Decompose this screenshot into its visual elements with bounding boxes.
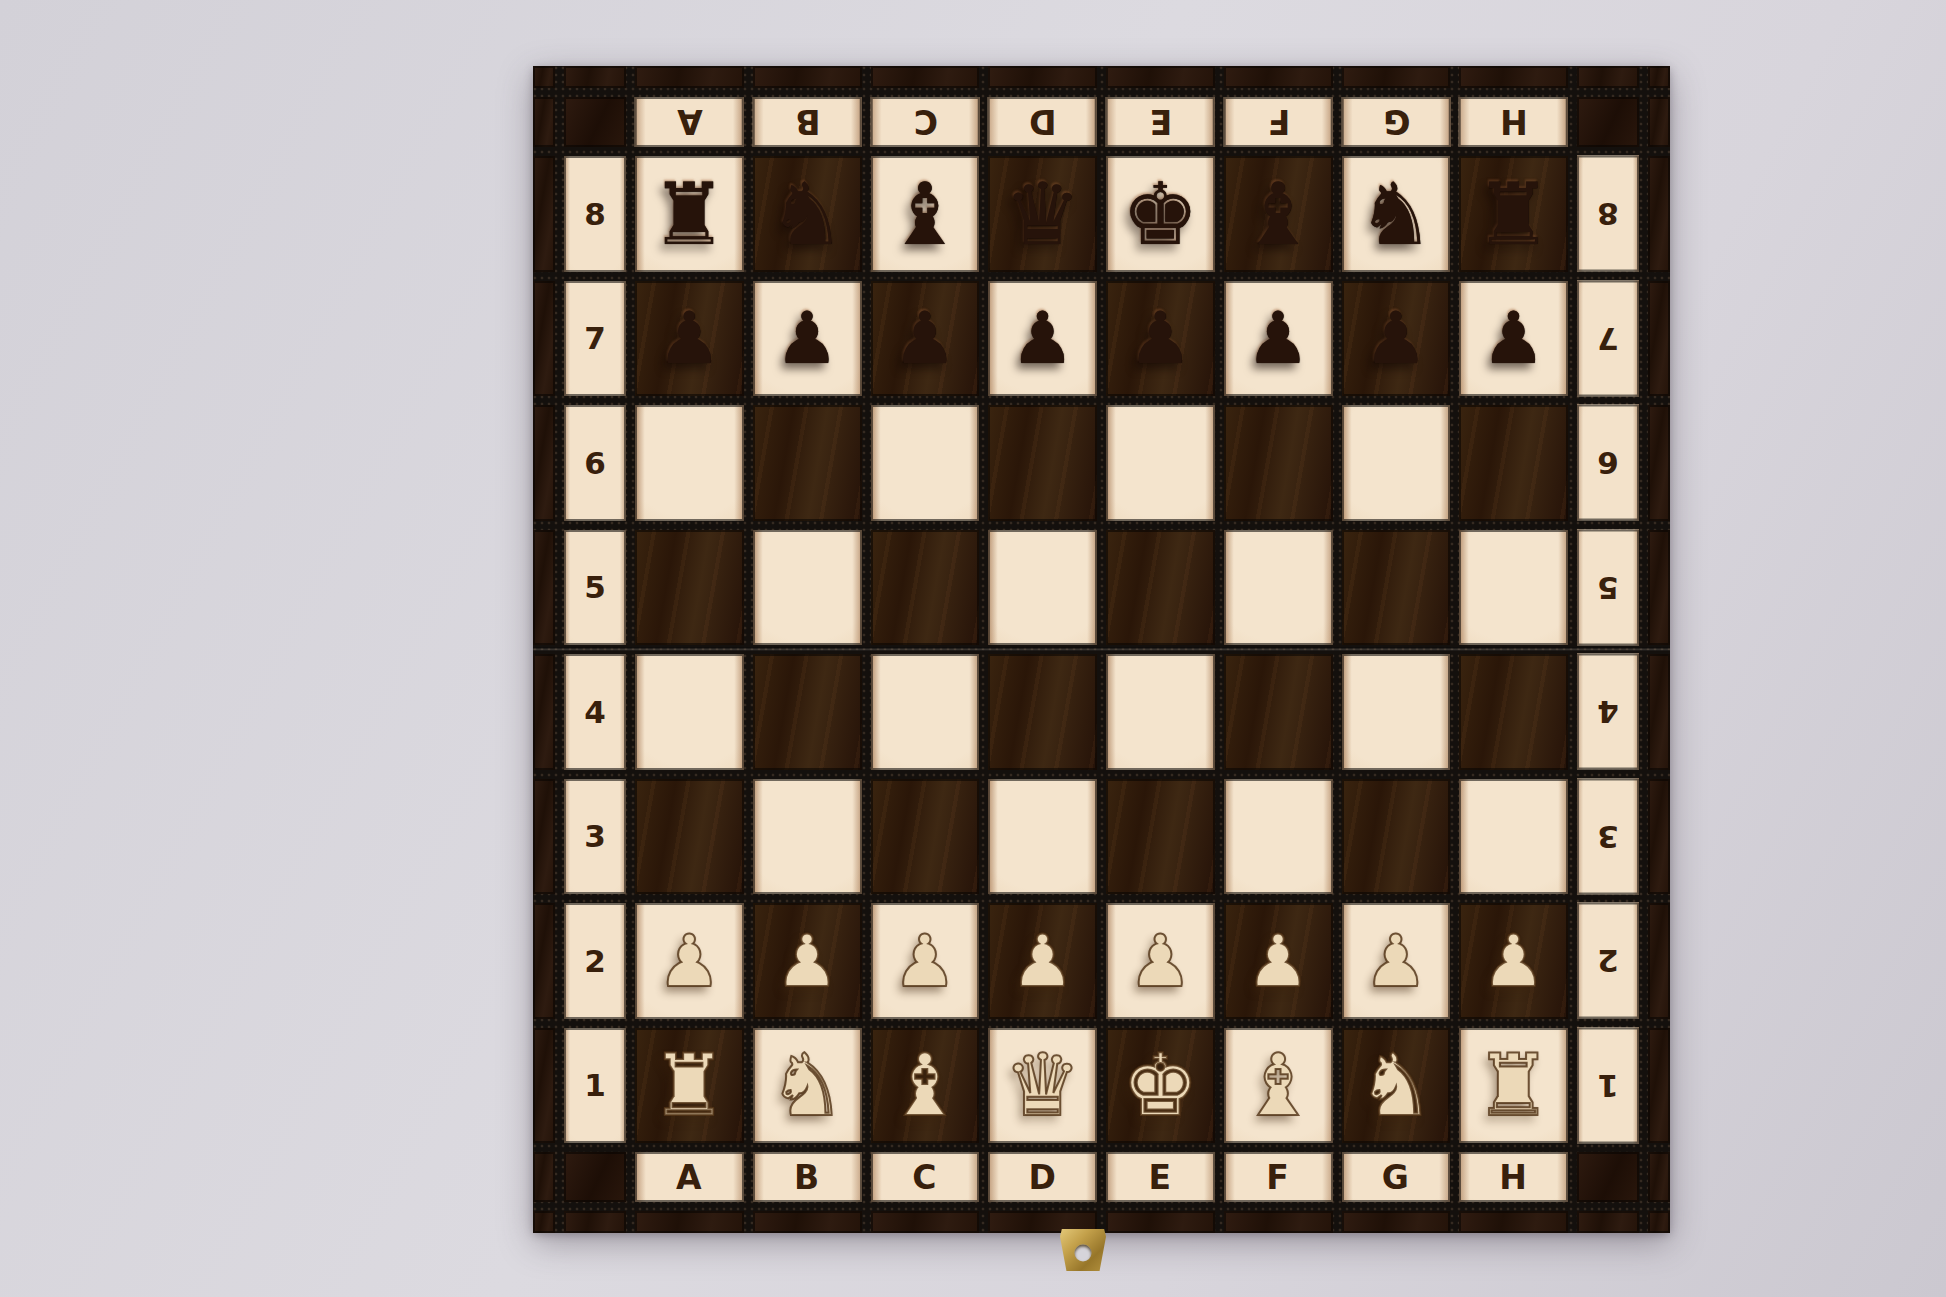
- chess-board: ABCDEFGH8♜♞♝♛♚♝♞♜87♟♟♟♟♟♟♟♟7665544332♟♟♟…: [533, 66, 1670, 1233]
- board-rim-segment: [1648, 156, 1670, 272]
- rank-label-6-right: 6: [1577, 405, 1639, 521]
- black-bishop-f8: ♝: [1240, 171, 1317, 257]
- white-bishop-f1: ♝: [1240, 1042, 1317, 1128]
- square-h3: [1459, 779, 1568, 895]
- board-rim-segment: [564, 1211, 626, 1233]
- square-b8: ♞: [753, 156, 862, 272]
- rank-label-2-left: 2: [564, 903, 626, 1019]
- square-f5: [1224, 530, 1333, 646]
- photo-background: ABCDEFGH8♜♞♝♛♚♝♞♜87♟♟♟♟♟♟♟♟7665544332♟♟♟…: [0, 0, 1946, 1297]
- rank-label-4-left: 4: [564, 654, 626, 770]
- latch-hole: [1075, 1245, 1092, 1262]
- board-rim-segment: [533, 1211, 555, 1233]
- square-f2: ♟: [1224, 903, 1333, 1019]
- rank-label-3-right: 3: [1577, 779, 1639, 895]
- square-h8: ♜: [1459, 156, 1568, 272]
- square-g3: [1342, 779, 1451, 895]
- square-d1: ♛: [988, 1028, 1097, 1144]
- square-f3: [1224, 779, 1333, 895]
- board-rim-segment: [533, 779, 555, 895]
- square-g5: [1342, 530, 1451, 646]
- black-pawn-d7: ♟: [1010, 302, 1075, 374]
- square-h6: [1459, 405, 1568, 521]
- square-a8: ♜: [635, 156, 744, 272]
- square-g4: [1342, 654, 1451, 770]
- board-rim-segment: [1648, 405, 1670, 521]
- square-d2: ♟: [988, 903, 1097, 1019]
- square-c3: [871, 779, 980, 895]
- board-rim-segment: [1648, 97, 1670, 147]
- file-label-c-top: C: [871, 97, 980, 147]
- rank-label-7-right: 7: [1577, 281, 1639, 397]
- square-e8: ♚: [1106, 156, 1215, 272]
- square-d5: [988, 530, 1097, 646]
- square-f8: ♝: [1224, 156, 1333, 272]
- board-rim-segment: [635, 1211, 744, 1233]
- border-corner: [1577, 1152, 1639, 1202]
- board-rim-segment: [1648, 779, 1670, 895]
- square-g2: ♟: [1342, 903, 1451, 1019]
- square-c5: [871, 530, 980, 646]
- square-h5: [1459, 530, 1568, 646]
- square-a3: [635, 779, 744, 895]
- board-grid: ABCDEFGH8♜♞♝♛♚♝♞♜87♟♟♟♟♟♟♟♟7665544332♟♟♟…: [533, 66, 1670, 1233]
- black-rook-h8: ♜: [1475, 171, 1552, 257]
- board-rim-segment: [1648, 1211, 1670, 1233]
- black-knight-g8: ♞: [1357, 171, 1434, 257]
- white-rook-a1: ♜: [651, 1042, 728, 1128]
- square-f4: [1224, 654, 1333, 770]
- file-label-e-bottom: E: [1106, 1152, 1215, 1202]
- square-d7: ♟: [988, 281, 1097, 397]
- square-e4: [1106, 654, 1215, 770]
- file-label-g-bottom: G: [1342, 1152, 1451, 1202]
- square-c1: ♝: [871, 1028, 980, 1144]
- square-g8: ♞: [1342, 156, 1451, 272]
- square-a6: [635, 405, 744, 521]
- board-rim-segment: [1648, 903, 1670, 1019]
- board-rim-segment: [1648, 1028, 1670, 1144]
- square-f1: ♝: [1224, 1028, 1333, 1144]
- board-rim-segment: [1648, 654, 1670, 770]
- board-rim-segment: [1648, 66, 1670, 88]
- square-d4: [988, 654, 1097, 770]
- black-pawn-b7: ♟: [775, 302, 840, 374]
- square-g7: ♟: [1342, 281, 1451, 397]
- square-b7: ♟: [753, 281, 862, 397]
- board-rim-segment: [533, 97, 555, 147]
- black-pawn-a7: ♟: [657, 302, 722, 374]
- board-rim-segment: [533, 1152, 555, 1202]
- square-a2: ♟: [635, 903, 744, 1019]
- file-label-g-top: G: [1342, 97, 1451, 147]
- white-pawn-h2: ♟: [1481, 925, 1546, 997]
- board-rim-segment: [1648, 530, 1670, 646]
- square-c8: ♝: [871, 156, 980, 272]
- rank-label-1-left: 1: [564, 1028, 626, 1144]
- board-rim-segment: [1577, 1211, 1639, 1233]
- white-rook-h1: ♜: [1475, 1042, 1552, 1128]
- white-pawn-g2: ♟: [1364, 925, 1429, 997]
- square-b3: [753, 779, 862, 895]
- file-label-b-top: B: [753, 97, 862, 147]
- border-corner: [564, 97, 626, 147]
- board-rim-segment: [533, 281, 555, 397]
- file-label-h-bottom: H: [1459, 1152, 1568, 1202]
- file-label-c-bottom: C: [871, 1152, 980, 1202]
- board-rim-segment: [564, 66, 626, 88]
- board-rim-segment: [1459, 1211, 1568, 1233]
- black-king-e8: ♚: [1122, 171, 1199, 257]
- board-rim-segment: [1342, 1211, 1451, 1233]
- black-bishop-c8: ♝: [886, 171, 963, 257]
- board-rim-segment: [1224, 1211, 1333, 1233]
- file-label-h-top: H: [1459, 97, 1568, 147]
- board-rim-segment: [533, 903, 555, 1019]
- file-label-d-bottom: D: [988, 1152, 1097, 1202]
- square-a5: [635, 530, 744, 646]
- rank-label-2-right: 2: [1577, 903, 1639, 1019]
- white-pawn-b2: ♟: [775, 925, 840, 997]
- square-e1: ♚: [1106, 1028, 1215, 1144]
- white-pawn-e2: ♟: [1128, 925, 1193, 997]
- board-rim-segment: [1106, 1211, 1215, 1233]
- rank-label-5-left: 5: [564, 530, 626, 646]
- board-rim-segment: [533, 1028, 555, 1144]
- white-pawn-a2: ♟: [657, 925, 722, 997]
- square-e5: [1106, 530, 1215, 646]
- board-rim-segment: [533, 156, 555, 272]
- square-h4: [1459, 654, 1568, 770]
- square-f6: [1224, 405, 1333, 521]
- brass-latch: [1060, 1229, 1106, 1271]
- board-rim-segment: [635, 66, 744, 88]
- square-g6: [1342, 405, 1451, 521]
- board-rim-segment: [753, 1211, 862, 1233]
- file-label-b-bottom: B: [753, 1152, 862, 1202]
- square-b2: ♟: [753, 903, 862, 1019]
- board-rim-segment: [1342, 66, 1451, 88]
- black-knight-b8: ♞: [769, 171, 846, 257]
- rank-label-3-left: 3: [564, 779, 626, 895]
- white-pawn-f2: ♟: [1246, 925, 1311, 997]
- board-rim-segment: [1648, 281, 1670, 397]
- board-rim-segment: [533, 530, 555, 646]
- board-rim-segment: [988, 66, 1097, 88]
- square-e7: ♟: [1106, 281, 1215, 397]
- file-label-e-top: E: [1106, 97, 1215, 147]
- square-a7: ♟: [635, 281, 744, 397]
- board-rim-segment: [1459, 66, 1568, 88]
- black-pawn-c7: ♟: [893, 302, 958, 374]
- white-knight-b1: ♞: [769, 1042, 846, 1128]
- rank-label-4-right: 4: [1577, 654, 1639, 770]
- square-a4: [635, 654, 744, 770]
- rank-label-8-right: 8: [1577, 156, 1639, 272]
- square-d3: [988, 779, 1097, 895]
- square-b4: [753, 654, 862, 770]
- square-d8: ♛: [988, 156, 1097, 272]
- black-pawn-f7: ♟: [1246, 302, 1311, 374]
- square-c2: ♟: [871, 903, 980, 1019]
- square-h2: ♟: [1459, 903, 1568, 1019]
- square-h7: ♟: [1459, 281, 1568, 397]
- board-rim-segment: [1106, 66, 1215, 88]
- white-pawn-d2: ♟: [1010, 925, 1075, 997]
- white-queen-d1: ♛: [1004, 1042, 1081, 1128]
- file-label-f-bottom: F: [1224, 1152, 1333, 1202]
- square-e3: [1106, 779, 1215, 895]
- board-rim-segment: [533, 654, 555, 770]
- black-pawn-e7: ♟: [1128, 302, 1193, 374]
- square-d6: [988, 405, 1097, 521]
- black-pawn-g7: ♟: [1364, 302, 1429, 374]
- square-c4: [871, 654, 980, 770]
- white-pawn-c2: ♟: [893, 925, 958, 997]
- board-rim-segment: [533, 405, 555, 521]
- rank-label-5-right: 5: [1577, 530, 1639, 646]
- square-c7: ♟: [871, 281, 980, 397]
- board-rim-segment: [1224, 66, 1333, 88]
- square-c6: [871, 405, 980, 521]
- square-h1: ♜: [1459, 1028, 1568, 1144]
- square-b1: ♞: [753, 1028, 862, 1144]
- square-f7: ♟: [1224, 281, 1333, 397]
- file-label-a-bottom: A: [635, 1152, 744, 1202]
- square-e6: [1106, 405, 1215, 521]
- black-rook-a8: ♜: [651, 171, 728, 257]
- black-pawn-h7: ♟: [1481, 302, 1546, 374]
- rank-label-1-right: 1: [1577, 1028, 1639, 1144]
- border-corner: [564, 1152, 626, 1202]
- square-a1: ♜: [635, 1028, 744, 1144]
- square-b5: [753, 530, 862, 646]
- square-b6: [753, 405, 862, 521]
- black-queen-d8: ♛: [1004, 171, 1081, 257]
- file-label-d-top: D: [988, 97, 1097, 147]
- border-corner: [1577, 97, 1639, 147]
- rank-label-6-left: 6: [564, 405, 626, 521]
- white-knight-g1: ♞: [1357, 1042, 1434, 1128]
- square-g1: ♞: [1342, 1028, 1451, 1144]
- file-label-a-top: A: [635, 97, 744, 147]
- file-label-f-top: F: [1224, 97, 1333, 147]
- square-e2: ♟: [1106, 903, 1215, 1019]
- board-rim-segment: [871, 66, 980, 88]
- board-rim-segment: [1648, 1152, 1670, 1202]
- board-rim-segment: [533, 66, 555, 88]
- white-king-e1: ♚: [1122, 1042, 1199, 1128]
- white-bishop-c1: ♝: [886, 1042, 963, 1128]
- board-rim-segment: [1577, 66, 1639, 88]
- rank-label-7-left: 7: [564, 281, 626, 397]
- board-rim-segment: [871, 1211, 980, 1233]
- rank-label-8-left: 8: [564, 156, 626, 272]
- board-rim-segment: [753, 66, 862, 88]
